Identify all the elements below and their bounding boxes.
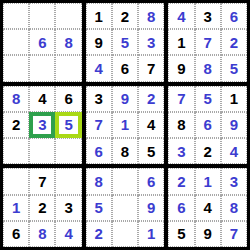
cell-r4c6[interactable]: 2 <box>138 86 164 112</box>
cell-r5c3-highlighted-lime[interactable]: 5 <box>55 112 81 138</box>
digit: 8 <box>95 174 103 189</box>
cell-r3c4[interactable]: 4 <box>86 55 112 81</box>
cell-r2c4[interactable]: 9 <box>86 29 112 55</box>
cell-r3c7[interactable]: 9 <box>168 55 194 81</box>
cell-r7c2[interactable]: 7 <box>29 168 55 194</box>
cell-r3c1[interactable] <box>3 55 29 81</box>
cell-r9c4[interactable]: 2 <box>86 221 112 247</box>
digit: 4 <box>147 117 155 132</box>
cell-r2c9[interactable]: 2 <box>221 29 247 55</box>
cell-r5c9[interactable]: 9 <box>221 112 247 138</box>
cell-r8c1[interactable]: 1 <box>3 195 29 221</box>
digit: 6 <box>203 117 211 132</box>
digit: 7 <box>147 61 155 76</box>
digit: 1 <box>147 226 155 241</box>
digit: 7 <box>177 91 185 106</box>
cell-r9c8[interactable]: 9 <box>195 221 221 247</box>
cell-r2c5[interactable]: 5 <box>112 29 138 55</box>
digit: 1 <box>95 9 103 24</box>
cell-r7c3[interactable] <box>55 168 81 194</box>
digit: 5 <box>121 35 129 50</box>
digit: 6 <box>230 9 238 24</box>
cell-r8c8[interactable]: 4 <box>195 195 221 221</box>
cell-r5c6[interactable]: 4 <box>138 112 164 138</box>
digit: 4 <box>38 91 46 106</box>
digit: 5 <box>147 144 155 159</box>
cell-r6c8[interactable]: 2 <box>195 138 221 164</box>
digit: 4 <box>203 200 211 215</box>
cell-r1c9[interactable]: 6 <box>221 3 247 29</box>
digit: 9 <box>203 226 211 241</box>
cell-r3c2[interactable] <box>29 55 55 81</box>
digit: 8 <box>121 144 129 159</box>
digit: 6 <box>147 174 155 189</box>
cell-r7c1[interactable] <box>3 168 29 194</box>
cell-r6c3[interactable] <box>55 138 81 164</box>
digit: 9 <box>147 200 155 215</box>
cell-r8c3[interactable]: 3 <box>55 195 81 221</box>
digit: 8 <box>12 91 20 106</box>
digit: 3 <box>177 144 185 159</box>
cell-r8c2[interactable]: 2 <box>29 195 55 221</box>
cell-r6c5[interactable]: 8 <box>112 138 138 164</box>
digit: 9 <box>121 91 129 106</box>
cell-r5c2-highlighted-green[interactable]: 3 <box>29 112 55 138</box>
cell-r2c8[interactable]: 7 <box>195 29 221 55</box>
cell-r9c7[interactable]: 5 <box>168 221 194 247</box>
digit: 3 <box>64 200 72 215</box>
digit: 3 <box>38 117 46 132</box>
cell-r7c9[interactable]: 3 <box>221 168 247 194</box>
digit: 1 <box>230 91 238 106</box>
digit: 7 <box>38 174 46 189</box>
digit: 3 <box>95 91 103 106</box>
cell-r9c5[interactable] <box>112 221 138 247</box>
digit: 2 <box>95 226 103 241</box>
highlight-inner: 5 <box>59 116 77 134</box>
digit: 7 <box>203 35 211 50</box>
cell-r5c1[interactable]: 2 <box>3 112 29 138</box>
digit: 6 <box>121 61 129 76</box>
cell-r1c1[interactable] <box>3 3 29 29</box>
digit: 5 <box>64 117 72 132</box>
cell-r1c3[interactable] <box>55 3 81 29</box>
cell-r1c8[interactable]: 3 <box>195 3 221 29</box>
cell-r1c7[interactable]: 4 <box>168 3 194 29</box>
cell-r1c4[interactable]: 1 <box>86 3 112 29</box>
digit: 7 <box>95 117 103 132</box>
cell-r6c9[interactable]: 4 <box>221 138 247 164</box>
digit: 4 <box>230 144 238 159</box>
cell-r4c4[interactable]: 3 <box>86 86 112 112</box>
digit: 4 <box>177 9 185 24</box>
cell-r4c9[interactable]: 1 <box>221 86 247 112</box>
digit: 5 <box>230 61 238 76</box>
cell-r1c5[interactable]: 2 <box>112 3 138 29</box>
cell-r5c4[interactable]: 7 <box>86 112 112 138</box>
cell-r7c7[interactable]: 2 <box>168 168 194 194</box>
cell-r4c7[interactable]: 7 <box>168 86 194 112</box>
digit: 4 <box>95 61 103 76</box>
cell-r4c3[interactable]: 6 <box>55 86 81 112</box>
cell-r5c7[interactable]: 8 <box>168 112 194 138</box>
digit: 8 <box>38 226 46 241</box>
digit: 2 <box>121 9 129 24</box>
sudoku-board: 1284366895317246798584639275123571486968… <box>0 0 250 250</box>
cell-r8c9[interactable]: 8 <box>221 195 247 221</box>
cell-r4c2[interactable]: 4 <box>29 86 55 112</box>
cell-r2c7[interactable]: 1 <box>168 29 194 55</box>
cell-r3c5[interactable]: 6 <box>112 55 138 81</box>
cell-r9c2[interactable]: 8 <box>29 221 55 247</box>
cell-r3c8[interactable]: 8 <box>195 55 221 81</box>
digit: 9 <box>95 35 103 50</box>
digit: 6 <box>64 91 72 106</box>
digit: 2 <box>38 200 46 215</box>
digit: 3 <box>230 174 238 189</box>
digit: 8 <box>203 61 211 76</box>
cell-r7c4[interactable]: 8 <box>86 168 112 194</box>
cell-r7c5[interactable] <box>112 168 138 194</box>
cell-r9c9[interactable]: 7 <box>221 221 247 247</box>
cell-r5c5[interactable]: 1 <box>112 112 138 138</box>
cell-r2c6[interactable]: 3 <box>138 29 164 55</box>
digit: 8 <box>64 35 72 50</box>
cell-r6c4[interactable]: 6 <box>86 138 112 164</box>
digit: 8 <box>177 117 185 132</box>
cell-r7c6[interactable]: 6 <box>138 168 164 194</box>
digit: 2 <box>230 35 238 50</box>
cell-r3c6[interactable]: 7 <box>138 55 164 81</box>
cell-r4c5[interactable]: 9 <box>112 86 138 112</box>
cell-r6c2[interactable] <box>29 138 55 164</box>
cell-r5c8[interactable]: 6 <box>195 112 221 138</box>
digit: 5 <box>203 91 211 106</box>
cell-r8c5[interactable] <box>112 195 138 221</box>
highlight-inner: 3 <box>33 116 51 134</box>
cell-r3c3[interactable] <box>55 55 81 81</box>
digit: 2 <box>12 117 20 132</box>
digit: 1 <box>177 35 185 50</box>
cell-r2c3[interactable]: 8 <box>55 29 81 55</box>
cell-r2c2[interactable]: 6 <box>29 29 55 55</box>
digit: 6 <box>38 35 46 50</box>
cell-r1c6[interactable]: 8 <box>138 3 164 29</box>
cell-r8c7[interactable]: 6 <box>168 195 194 221</box>
digit: 2 <box>147 91 155 106</box>
digit: 2 <box>177 174 185 189</box>
digit: 1 <box>12 200 20 215</box>
digit: 8 <box>147 9 155 24</box>
cell-r9c6[interactable]: 1 <box>138 221 164 247</box>
digit: 7 <box>230 226 238 241</box>
cell-r8c6[interactable]: 9 <box>138 195 164 221</box>
digit: 6 <box>177 200 185 215</box>
cell-r3c9[interactable]: 5 <box>221 55 247 81</box>
digit: 4 <box>64 226 72 241</box>
digit: 3 <box>203 9 211 24</box>
digit: 9 <box>230 117 238 132</box>
cell-r8c4[interactable]: 5 <box>86 195 112 221</box>
digit: 2 <box>203 144 211 159</box>
digit: 1 <box>203 174 211 189</box>
digit: 6 <box>95 144 103 159</box>
cell-r1c2[interactable] <box>29 3 55 29</box>
digit: 6 <box>12 226 20 241</box>
cell-r9c1[interactable]: 6 <box>3 221 29 247</box>
digit: 9 <box>177 61 185 76</box>
digit: 1 <box>121 117 129 132</box>
cell-r7c8[interactable]: 1 <box>195 168 221 194</box>
digit: 5 <box>95 200 103 215</box>
digit: 5 <box>177 226 185 241</box>
cell-r4c1[interactable]: 8 <box>3 86 29 112</box>
cell-r2c1[interactable] <box>3 29 29 55</box>
digit: 3 <box>147 35 155 50</box>
cell-r9c3[interactable]: 4 <box>55 221 81 247</box>
cell-r6c6[interactable]: 5 <box>138 138 164 164</box>
cell-r6c1[interactable] <box>3 138 29 164</box>
cell-r6c7[interactable]: 3 <box>168 138 194 164</box>
digit: 8 <box>230 200 238 215</box>
cell-r4c8[interactable]: 5 <box>195 86 221 112</box>
